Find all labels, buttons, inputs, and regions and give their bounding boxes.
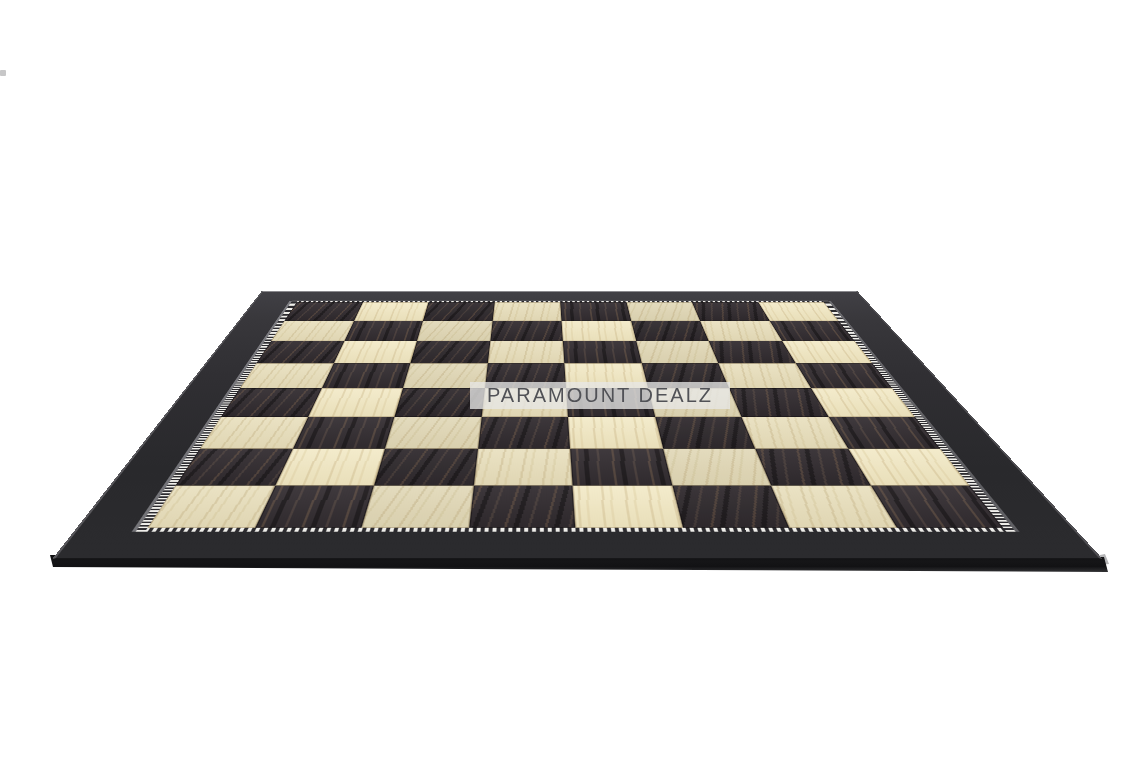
square-a6 bbox=[256, 341, 344, 363]
square-b6 bbox=[333, 341, 417, 363]
square-e2 bbox=[570, 449, 672, 486]
square-d7 bbox=[490, 321, 563, 341]
square-b7 bbox=[344, 321, 423, 341]
square-b8 bbox=[354, 302, 429, 320]
square-c3 bbox=[385, 417, 481, 449]
watermark-text: PARAMOUNT DEALZ bbox=[487, 384, 713, 407]
square-g7 bbox=[700, 321, 782, 341]
watermark-badge: PARAMOUNT DEALZ bbox=[470, 382, 730, 409]
square-f2 bbox=[663, 449, 771, 486]
chess-board-frame bbox=[52, 291, 1102, 559]
product-photo-scene bbox=[0, 0, 1140, 760]
square-e3 bbox=[568, 417, 663, 449]
square-f3 bbox=[655, 417, 756, 449]
square-a8 bbox=[285, 302, 363, 320]
square-c2 bbox=[374, 449, 477, 486]
board-grid bbox=[148, 302, 1003, 527]
square-c7 bbox=[417, 321, 492, 341]
square-h8 bbox=[758, 302, 838, 320]
square-b5 bbox=[321, 363, 410, 388]
square-c1 bbox=[361, 485, 473, 527]
square-d1 bbox=[468, 485, 575, 527]
square-d6 bbox=[487, 341, 564, 363]
square-f8 bbox=[626, 302, 700, 320]
square-g8 bbox=[692, 302, 769, 320]
square-e8 bbox=[560, 302, 630, 320]
square-d3 bbox=[478, 417, 571, 449]
square-f6 bbox=[636, 341, 719, 363]
square-a5 bbox=[240, 363, 334, 388]
square-e6 bbox=[563, 341, 641, 363]
square-g6 bbox=[709, 341, 796, 363]
square-e7 bbox=[561, 321, 635, 341]
trim-bottom bbox=[136, 528, 1016, 532]
square-b1 bbox=[255, 485, 375, 527]
square-f7 bbox=[631, 321, 709, 341]
square-f1 bbox=[672, 485, 789, 527]
square-b2 bbox=[275, 449, 385, 486]
square-d2 bbox=[473, 449, 572, 486]
square-e1 bbox=[573, 485, 683, 527]
square-a7 bbox=[271, 321, 354, 341]
square-a4 bbox=[221, 388, 321, 416]
square-b4 bbox=[308, 388, 403, 416]
square-c8 bbox=[423, 302, 494, 320]
square-d8 bbox=[492, 302, 561, 320]
square-b3 bbox=[292, 417, 394, 449]
square-c6 bbox=[410, 341, 490, 363]
